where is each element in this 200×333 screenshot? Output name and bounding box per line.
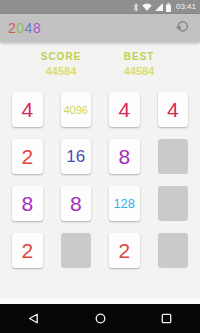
- wifi-icon: [142, 3, 152, 11]
- status-bar: 03:41: [0, 0, 200, 14]
- home-button[interactable]: [67, 304, 134, 333]
- back-button[interactable]: [0, 304, 67, 333]
- empty-cell: [61, 233, 92, 268]
- recents-icon: [161, 310, 172, 328]
- tile-4: 4: [109, 92, 140, 127]
- status-time: 03:41: [176, 0, 196, 14]
- tile-128: 128: [109, 186, 140, 221]
- tile-2: 2: [109, 233, 140, 268]
- best-value: 44584: [100, 65, 178, 77]
- tile-8: 8: [109, 139, 140, 174]
- empty-cell: [158, 186, 189, 221]
- tile-4096: 4096: [61, 92, 92, 127]
- app-title-digit: 4: [25, 20, 33, 36]
- back-icon: [28, 310, 39, 328]
- score-block: SCORE 44584: [22, 51, 100, 77]
- tile-8: 8: [61, 186, 92, 221]
- tile-4: 4: [12, 92, 43, 127]
- tile-2: 2: [12, 233, 43, 268]
- score-label: SCORE: [22, 51, 100, 62]
- scoreboard: SCORE 44584 BEST 44584: [0, 51, 200, 77]
- empty-cell: [158, 139, 189, 174]
- tile-16: 16: [61, 139, 92, 174]
- undo-icon: [175, 19, 190, 37]
- app-title-digit: 8: [33, 20, 41, 36]
- tile-2: 2: [12, 139, 43, 174]
- empty-cell: [158, 233, 189, 268]
- best-label: BEST: [100, 51, 178, 62]
- score-value: 44584: [22, 65, 100, 77]
- app-title-digit: 0: [16, 20, 24, 36]
- home-icon: [95, 310, 106, 328]
- app-bar: 2048: [0, 14, 200, 42]
- tile-8: 8: [12, 186, 43, 221]
- tile-4: 4: [158, 92, 189, 127]
- app-title: 2048: [8, 20, 41, 36]
- best-block: BEST 44584: [100, 51, 178, 77]
- signal-icon: [155, 3, 163, 11]
- bluetooth-icon: [133, 3, 139, 12]
- recents-button[interactable]: [133, 304, 200, 333]
- undo-button[interactable]: [173, 19, 191, 37]
- navigation-bar: [0, 304, 200, 333]
- battery-icon: [166, 3, 171, 12]
- board-grid[interactable]: 440964421688812822: [0, 92, 200, 268]
